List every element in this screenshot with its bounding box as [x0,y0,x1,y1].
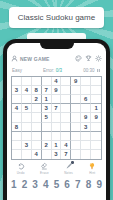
cell-r3c9[interactable] [91,95,101,104]
cell-r5c9[interactable]: 9 [91,113,101,122]
cell-r6c8[interactable]: 3 [81,123,91,132]
cell-r7c6[interactable] [61,132,71,141]
cell-r2c7[interactable] [71,86,81,95]
cell-r9c1[interactable] [12,150,22,159]
cell-r7c7[interactable] [71,132,81,141]
cell-r3c8[interactable]: 6 [81,95,91,104]
cell-r2c1[interactable]: 3 [12,86,22,95]
cell-r3c7[interactable] [71,95,81,104]
hint-button[interactable]: Hint [88,162,96,175]
cell-r1c9[interactable] [91,77,101,86]
new-game-label: NEW GAME [20,56,50,62]
cell-r1c3[interactable] [32,77,42,86]
notes-button[interactable]: Notes [64,162,73,175]
promo-background: Classic Sudoku game NEW GAME [0,0,113,200]
cell-r8c8[interactable] [81,141,91,150]
cell-r5c1[interactable] [12,113,22,122]
settings-gear-icon[interactable] [95,55,102,62]
numpad-key-4[interactable]: 4 [43,180,49,190]
cell-r3c2[interactable] [22,95,32,104]
cell-r7c8[interactable] [81,132,91,141]
promo-title: Classic Sudoku game [18,13,95,22]
phone-frame: NEW GAME [3,39,110,200]
cell-r8c7[interactable] [71,141,81,150]
cell-r8c6[interactable]: 4 [61,141,71,150]
cell-r5c2[interactable] [22,113,32,122]
cell-r8c1[interactable] [12,141,22,150]
cell-r8c3[interactable] [32,141,42,150]
cell-r1c2[interactable] [22,77,32,86]
cell-r6c6[interactable] [61,123,71,132]
cell-r7c2[interactable] [22,132,32,141]
cell-r1c1[interactable] [12,77,22,86]
cell-r8c9[interactable] [91,141,101,150]
app-screen: NEW GAME [7,43,106,200]
cell-r5c3[interactable] [32,113,42,122]
numpad-key-7[interactable]: 7 [75,180,81,190]
lightbulb-icon [88,162,96,170]
undo-button[interactable]: Undo [17,162,25,175]
cell-r9c7[interactable] [71,150,81,159]
cell-r4c7[interactable] [71,104,81,113]
cell-r5c6[interactable] [61,113,71,122]
pause-icon[interactable] [96,68,101,73]
numpad-key-5[interactable]: 5 [54,180,60,190]
cell-r4c9[interactable]: 1 [91,104,101,113]
erase-button[interactable]: Erase [40,162,49,175]
undo-icon [17,162,25,170]
cell-r3c5[interactable] [52,95,62,104]
profile-icon [11,55,18,62]
erase-label: Erase [40,171,49,175]
cell-r7c1[interactable] [12,132,22,141]
cell-r4c3[interactable] [32,104,42,113]
cell-r3c4[interactable]: 1 [42,95,52,104]
error-value: 0/3 [56,68,62,73]
cell-r2c8[interactable] [81,86,91,95]
numpad-key-6[interactable]: 6 [64,180,70,190]
cell-r7c9[interactable] [91,132,101,141]
numpad-key-1[interactable]: 1 [11,180,17,190]
cell-r6c9[interactable] [91,123,101,132]
cell-r6c3[interactable] [32,123,42,132]
cell-r9c3[interactable]: 4 [32,150,42,159]
cell-r6c7[interactable] [71,123,81,132]
cell-r6c1[interactable]: 8 [12,123,22,132]
eraser-icon [40,162,48,170]
cell-r6c4[interactable] [42,123,52,132]
undo-label: Undo [17,171,25,175]
promo-title-card: Classic Sudoku game [9,7,104,28]
cell-r4c8[interactable] [81,104,91,113]
cell-r5c8[interactable]: 9 [81,113,91,122]
cell-r7c5[interactable] [52,132,62,141]
cell-r9c5[interactable]: 3 [52,150,62,159]
cell-r7c4[interactable] [42,132,52,141]
cell-r9c9[interactable] [91,150,101,159]
status-bar: Easy Error: 0/3 00:30 [12,66,101,75]
cell-r7c3[interactable] [32,132,42,141]
cell-r4c1[interactable]: 4 [12,104,22,113]
cell-r3c6[interactable] [61,95,71,104]
cell-r4c5[interactable]: 7 [52,104,62,113]
error-counter: Error: 0/3 [43,68,62,73]
cell-r2c4[interactable]: 7 [42,86,52,95]
cell-r9c4[interactable] [42,150,52,159]
cell-r9c6[interactable]: 7 [61,150,71,159]
cell-r5c5[interactable] [52,113,62,122]
sudoku-grid: 493487921645371599833214437 [11,76,102,160]
difficulty-label[interactable]: Easy [12,68,22,73]
timer: 00:30 [83,68,101,73]
phone-notch [40,43,74,49]
cell-r5c7[interactable] [71,113,81,122]
cell-r3c3[interactable]: 2 [32,95,42,104]
cell-r1c6[interactable] [61,77,71,86]
cell-r4c4[interactable]: 3 [42,104,52,113]
cell-r2c2[interactable]: 4 [22,86,32,95]
cell-r2c6[interactable] [61,86,71,95]
numpad-key-3[interactable]: 3 [32,180,38,190]
cell-r8c2[interactable]: 3 [22,141,32,150]
error-label: Error: [43,68,54,73]
cell-r5c4[interactable]: 5 [42,113,52,122]
timer-value: 00:30 [83,68,94,73]
cell-r9c2[interactable] [22,150,32,159]
tool-bar: Undo Erase [9,162,104,177]
new-game-button[interactable]: NEW GAME [11,55,50,62]
cell-r8c5[interactable]: 1 [52,141,62,150]
numpad-key-8[interactable]: 8 [86,180,92,190]
cell-r2c3[interactable]: 8 [32,86,42,95]
cell-r6c2[interactable] [22,123,32,132]
notes-toggle-badge [71,161,74,164]
cell-r1c7[interactable]: 9 [71,77,81,86]
cell-r1c8[interactable] [81,77,91,86]
cell-r8c4[interactable]: 2 [42,141,52,150]
theme-palette-icon[interactable] [75,55,82,62]
numpad-key-9[interactable]: 9 [96,180,102,190]
cell-r9c8[interactable] [81,150,91,159]
app-header: NEW GAME [11,52,102,65]
cell-r4c6[interactable] [61,104,71,113]
cell-r1c5[interactable]: 4 [52,77,62,86]
cell-r6c5[interactable] [52,123,62,132]
cell-r2c5[interactable]: 9 [52,86,62,95]
cell-r1c4[interactable] [42,77,52,86]
numpad-key-2[interactable]: 2 [22,180,28,190]
cell-r3c1[interactable] [12,95,22,104]
cell-r4c2[interactable]: 5 [22,104,32,113]
number-pad: 123456789 [11,178,102,192]
trophy-icon[interactable] [85,55,92,62]
cell-r2c9[interactable] [91,86,101,95]
header-actions [75,55,102,62]
notes-label: Notes [64,171,73,175]
hint-label: Hint [89,171,95,175]
